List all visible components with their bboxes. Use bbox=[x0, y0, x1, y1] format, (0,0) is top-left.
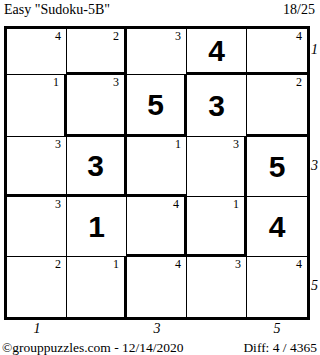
cell-value bbox=[247, 75, 307, 134]
cell-value: 3 bbox=[67, 137, 124, 194]
cell-r3c3[interactable]: 1 bbox=[127, 137, 187, 197]
cell-r1c4[interactable]: 4 bbox=[187, 29, 247, 75]
cell-value bbox=[7, 29, 66, 74]
cell-r2c3[interactable]: 5 bbox=[127, 75, 187, 137]
cell-r5c5[interactable]: 4 bbox=[247, 257, 307, 317]
cell-value bbox=[127, 29, 186, 74]
col-label-3: 3 bbox=[127, 321, 187, 337]
cell-r2c2[interactable]: 3 bbox=[67, 75, 127, 137]
cell-value: 4 bbox=[247, 197, 307, 256]
cell-r1c5[interactable]: 4 bbox=[247, 29, 307, 75]
cell-value bbox=[7, 75, 64, 136]
cell-value: 3 bbox=[187, 75, 246, 136]
cell-value: 5 bbox=[247, 137, 307, 196]
cell-value bbox=[7, 257, 66, 317]
cell-value bbox=[187, 257, 246, 317]
cell-value bbox=[127, 257, 186, 317]
col-label-1: 1 bbox=[7, 321, 67, 337]
cell-value bbox=[127, 197, 184, 254]
row-label-3: 3 bbox=[311, 158, 320, 178]
cell-r3c4[interactable]: 3 bbox=[187, 137, 247, 197]
clue-count: 18/25 bbox=[283, 2, 315, 18]
cell-r4c4[interactable]: 1 bbox=[187, 197, 247, 257]
cell-r2c1[interactable]: 1 bbox=[7, 75, 67, 137]
cell-value bbox=[67, 29, 124, 72]
cell-value bbox=[67, 257, 124, 317]
cell-r2c5[interactable]: 2 bbox=[247, 75, 307, 137]
difficulty-text: Diff: 4 / 4365 bbox=[243, 340, 317, 355]
cell-value: 4 bbox=[187, 29, 246, 72]
row-label-1: 1 bbox=[311, 42, 320, 62]
cell-r4c5[interactable]: 4 bbox=[247, 197, 307, 257]
cell-r5c1[interactable]: 2 bbox=[7, 257, 67, 317]
cell-r5c4[interactable]: 3 bbox=[187, 257, 247, 317]
cell-r5c3[interactable]: 4 bbox=[127, 257, 187, 317]
cell-value: 1 bbox=[67, 197, 126, 256]
cell-r3c1[interactable]: 3 bbox=[7, 137, 67, 197]
cell-value bbox=[7, 137, 66, 194]
row-label-5: 5 bbox=[311, 278, 320, 298]
cell-value bbox=[67, 75, 124, 134]
cell-value: 5 bbox=[127, 75, 184, 134]
sudoku-grid: 4 2 3 4 4 1 3 5 3 2 3 3 1 3 5 3 1 4 1 4 … bbox=[4, 26, 310, 320]
cell-value bbox=[247, 29, 307, 72]
cell-value bbox=[187, 197, 244, 254]
cell-value bbox=[127, 137, 186, 194]
col-label-5: 5 bbox=[247, 321, 307, 337]
cell-r3c5[interactable]: 5 bbox=[247, 137, 307, 197]
cell-r1c2[interactable]: 2 bbox=[67, 29, 127, 75]
cell-r5c2[interactable]: 1 bbox=[67, 257, 127, 317]
cell-r2c4[interactable]: 3 bbox=[187, 75, 247, 137]
cell-r4c1[interactable]: 3 bbox=[7, 197, 67, 257]
cell-r4c2[interactable]: 1 bbox=[67, 197, 127, 257]
cell-r4c3[interactable]: 4 bbox=[127, 197, 187, 257]
cell-r1c1[interactable]: 4 bbox=[7, 29, 67, 75]
cell-r1c3[interactable]: 3 bbox=[127, 29, 187, 75]
copyright-text: ©grouppuzzles.com - 12/14/2020 bbox=[2, 340, 184, 355]
cell-r3c2[interactable]: 3 bbox=[67, 137, 127, 197]
cell-value bbox=[7, 197, 66, 256]
cell-value bbox=[247, 257, 307, 317]
cell-value bbox=[187, 137, 244, 196]
page-title: Easy "Sudoku-5B" bbox=[4, 2, 110, 18]
